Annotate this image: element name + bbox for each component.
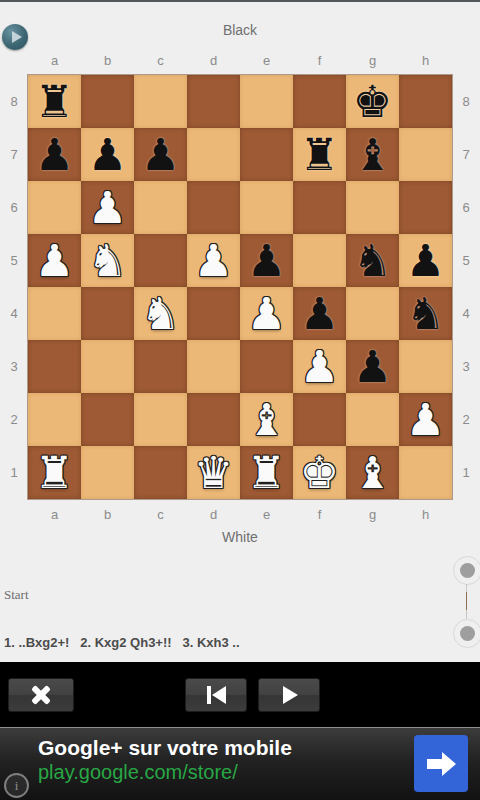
square-b5[interactable]: ♞: [81, 234, 134, 287]
square-g5[interactable]: ♞: [346, 234, 399, 287]
rank-labels-left: 87654321: [0, 75, 28, 499]
file-label-b: b: [81, 507, 134, 522]
scroll-handle-top[interactable]: [453, 556, 480, 585]
square-b1[interactable]: [81, 446, 134, 499]
file-label-h: h: [399, 53, 452, 68]
status-bar: [0, 0, 480, 2]
square-h6[interactable]: [399, 181, 452, 234]
rank-label-6: 6: [0, 181, 28, 234]
white-knight-c4: ♞: [141, 287, 180, 340]
square-c3[interactable]: [134, 340, 187, 393]
square-c6[interactable]: [134, 181, 187, 234]
arrow-right-icon: [427, 752, 456, 776]
square-b7[interactable]: ♟: [81, 128, 134, 181]
square-d8[interactable]: [187, 75, 240, 128]
rank-label-8: 8: [0, 75, 28, 128]
square-g6[interactable]: [346, 181, 399, 234]
square-f3[interactable]: ♟: [293, 340, 346, 393]
white-rook-e1: ♜: [247, 446, 286, 499]
play-icon: [283, 686, 298, 704]
square-a4[interactable]: [28, 287, 81, 340]
ad-title: Google+ sur votre mobile: [38, 736, 292, 760]
info-icon[interactable]: i: [4, 773, 29, 798]
square-e3[interactable]: [240, 340, 293, 393]
white-pawn-h2: ♟: [406, 393, 445, 446]
square-f6[interactable]: [293, 181, 346, 234]
square-g3[interactable]: ♟: [346, 340, 399, 393]
skip-to-start-icon: [207, 686, 226, 704]
play-forward-button[interactable]: [258, 678, 320, 712]
close-button[interactable]: [8, 678, 74, 712]
square-c1[interactable]: [134, 446, 187, 499]
square-a7[interactable]: ♟: [28, 128, 81, 181]
file-label-a: a: [28, 53, 81, 68]
black-knight-h4: ♞: [406, 287, 445, 340]
black-pawn-b7: ♟: [88, 128, 127, 181]
square-d7[interactable]: [187, 128, 240, 181]
rank-label-8: 8: [452, 75, 480, 128]
rank-label-2: 2: [0, 393, 28, 446]
rank-labels-right: 87654321: [452, 75, 480, 499]
move-line-1[interactable]: 1. ..Bxg2+! 2. Kxg2 Qh3+!! 3. Kxh3 ..: [4, 635, 444, 651]
rank-label-2: 2: [452, 393, 480, 446]
rank-label-3: 3: [452, 340, 480, 393]
black-pawn-f4: ♟: [300, 287, 339, 340]
black-pawn-h5: ♟: [406, 234, 445, 287]
square-f2[interactable]: [293, 393, 346, 446]
black-rook-f7: ♜: [300, 128, 339, 181]
square-a1[interactable]: ♜: [28, 446, 81, 499]
square-a3[interactable]: [28, 340, 81, 393]
top-player-label: Black: [0, 22, 480, 38]
bottom-player-label: White: [0, 529, 480, 545]
rank-label-7: 7: [0, 128, 28, 181]
white-knight-b5: ♞: [88, 234, 127, 287]
square-f8[interactable]: [293, 75, 346, 128]
file-label-e: e: [240, 53, 293, 68]
square-b2[interactable]: [81, 393, 134, 446]
black-pawn-a7: ♟: [35, 128, 74, 181]
rank-label-1: 1: [452, 446, 480, 499]
square-f7[interactable]: ♜: [293, 128, 346, 181]
square-b6[interactable]: ♟: [81, 181, 134, 234]
square-a8[interactable]: ♜: [28, 75, 81, 128]
file-label-e: e: [240, 507, 293, 522]
white-pawn-b6: ♟: [88, 181, 127, 234]
square-h7[interactable]: [399, 128, 452, 181]
square-b3[interactable]: [81, 340, 134, 393]
skip-to-start-button[interactable]: [185, 678, 247, 712]
file-labels-bottom: abcdefgh: [28, 507, 452, 522]
square-c5[interactable]: [134, 234, 187, 287]
white-pawn-a5: ♟: [35, 234, 74, 287]
square-c7[interactable]: ♟: [134, 128, 187, 181]
file-label-a: a: [28, 507, 81, 522]
square-a5[interactable]: ♟: [28, 234, 81, 287]
square-h4[interactable]: ♞: [399, 287, 452, 340]
square-g2[interactable]: [346, 393, 399, 446]
square-e8[interactable]: [240, 75, 293, 128]
file-label-d: d: [187, 507, 240, 522]
square-c2[interactable]: [134, 393, 187, 446]
square-c4[interactable]: ♞: [134, 287, 187, 340]
square-f5[interactable]: [293, 234, 346, 287]
chess-board[interactable]: ♜♚♟♟♟♜♝♟♟♞♟♟♞♟♞♟♟♞♟♟♝♟♜♛♜♚♝: [28, 75, 452, 499]
square-g7[interactable]: ♝: [346, 128, 399, 181]
square-e6[interactable]: [240, 181, 293, 234]
square-d5[interactable]: ♟: [187, 234, 240, 287]
black-pawn-e5: ♟: [247, 234, 286, 287]
square-h5[interactable]: ♟: [399, 234, 452, 287]
black-rook-a8: ♜: [35, 75, 74, 128]
app-screen: Black abcdefgh 87654321 87654321 ♜♚♟♟♟♜♝…: [0, 0, 480, 800]
scroll-handle-bottom[interactable]: [453, 619, 480, 648]
rank-label-4: 4: [452, 287, 480, 340]
ad-cta-button[interactable]: [414, 735, 468, 792]
square-f4[interactable]: ♟: [293, 287, 346, 340]
white-pawn-f3: ♟: [300, 340, 339, 393]
rank-label-7: 7: [452, 128, 480, 181]
file-label-f: f: [293, 507, 346, 522]
file-labels-top: abcdefgh: [28, 53, 452, 68]
control-bar: [0, 662, 480, 727]
square-d1[interactable]: ♛: [187, 446, 240, 499]
square-h8[interactable]: [399, 75, 452, 128]
square-c8[interactable]: [134, 75, 187, 128]
square-e7[interactable]: [240, 128, 293, 181]
file-label-c: c: [134, 53, 187, 68]
file-label-h: h: [399, 507, 452, 522]
square-d4[interactable]: [187, 287, 240, 340]
square-d2[interactable]: [187, 393, 240, 446]
scroll-dot-icon: [460, 563, 475, 578]
square-a6[interactable]: [28, 181, 81, 234]
white-queen-d1: ♛: [194, 446, 233, 499]
square-g4[interactable]: [346, 287, 399, 340]
square-d6[interactable]: [187, 181, 240, 234]
square-e2[interactable]: ♝: [240, 393, 293, 446]
white-pawn-d5: ♟: [194, 234, 233, 287]
square-h1[interactable]: [399, 446, 452, 499]
square-b4[interactable]: [81, 287, 134, 340]
white-king-f1: ♚: [300, 446, 339, 499]
file-label-g: g: [346, 507, 399, 522]
square-e4[interactable]: ♟: [240, 287, 293, 340]
file-label-c: c: [134, 507, 187, 522]
white-bishop-g1: ♝: [353, 446, 392, 499]
white-rook-a1: ♜: [35, 446, 74, 499]
black-bishop-g7: ♝: [353, 128, 392, 181]
square-e5[interactable]: ♟: [240, 234, 293, 287]
square-b8[interactable]: [81, 75, 134, 128]
x-icon: [29, 683, 53, 707]
black-knight-g5: ♞: [353, 234, 392, 287]
black-king-g8: ♚: [353, 75, 392, 128]
scroll-thumb[interactable]: [466, 592, 467, 610]
square-a2[interactable]: [28, 393, 81, 446]
rank-label-6: 6: [452, 181, 480, 234]
rank-label-4: 4: [0, 287, 28, 340]
file-label-b: b: [81, 53, 134, 68]
square-h2[interactable]: ♟: [399, 393, 452, 446]
scroll-dot-icon: [460, 626, 475, 641]
square-d3[interactable]: [187, 340, 240, 393]
black-pawn-g3: ♟: [353, 340, 392, 393]
square-g1[interactable]: ♝: [346, 446, 399, 499]
white-bishop-e2: ♝: [247, 393, 286, 446]
ad-banner[interactable]: Google+ sur votre mobile play.google.com…: [0, 727, 480, 800]
ad-link[interactable]: play.google.com/store/: [38, 761, 238, 784]
move-start-label[interactable]: Start: [4, 587, 444, 603]
white-pawn-e4: ♟: [247, 287, 286, 340]
rank-label-5: 5: [452, 234, 480, 287]
square-h3[interactable]: [399, 340, 452, 393]
file-label-d: d: [187, 53, 240, 68]
file-label-g: g: [346, 53, 399, 68]
square-e1[interactable]: ♜: [240, 446, 293, 499]
file-label-f: f: [293, 53, 346, 68]
square-f1[interactable]: ♚: [293, 446, 346, 499]
rank-label-5: 5: [0, 234, 28, 287]
square-g8[interactable]: ♚: [346, 75, 399, 128]
black-pawn-c7: ♟: [141, 128, 180, 181]
rank-label-1: 1: [0, 446, 28, 499]
rank-label-3: 3: [0, 340, 28, 393]
